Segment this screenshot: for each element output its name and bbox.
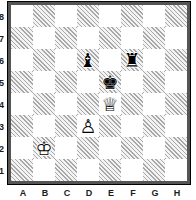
square-f4[interactable] xyxy=(121,93,143,115)
square-a3[interactable] xyxy=(11,115,33,137)
pawn-outline-glyph: ♙ xyxy=(77,115,99,137)
square-b1[interactable] xyxy=(33,159,55,181)
square-g3[interactable] xyxy=(143,115,165,137)
rank-label-8: 8 xyxy=(0,6,8,28)
square-g1[interactable] xyxy=(143,159,165,181)
file-label-c: C xyxy=(56,187,78,199)
square-f7[interactable] xyxy=(121,27,143,49)
black-bishop-d6: ♝ xyxy=(77,49,99,71)
square-f3[interactable] xyxy=(121,115,143,137)
rank-label-2: 2 xyxy=(0,138,8,160)
square-b7[interactable] xyxy=(33,27,55,49)
rank-label-4: 4 xyxy=(0,94,8,116)
square-b5[interactable] xyxy=(33,71,55,93)
square-h8[interactable] xyxy=(165,5,187,27)
square-c7[interactable] xyxy=(55,27,77,49)
square-c3[interactable] xyxy=(55,115,77,137)
square-c5[interactable] xyxy=(55,71,77,93)
square-a6[interactable] xyxy=(11,49,33,71)
file-label-f: F xyxy=(122,187,144,199)
square-b3[interactable] xyxy=(33,115,55,137)
file-label-e: E xyxy=(100,187,122,199)
square-b4[interactable] xyxy=(33,93,55,115)
square-d5[interactable] xyxy=(77,71,99,93)
square-d4[interactable] xyxy=(77,93,99,115)
rank-label-5: 5 xyxy=(0,72,8,94)
rank-label-3: 3 xyxy=(0,116,8,138)
square-f5[interactable] xyxy=(121,71,143,93)
square-a7[interactable] xyxy=(11,27,33,49)
square-a2[interactable] xyxy=(11,137,33,159)
square-h5[interactable] xyxy=(165,71,187,93)
square-d3[interactable]: ♟♙ xyxy=(77,115,99,137)
square-f1[interactable] xyxy=(121,159,143,181)
file-label-h: H xyxy=(166,187,188,199)
square-c6[interactable] xyxy=(55,49,77,71)
file-label-b: B xyxy=(34,187,56,199)
square-d2[interactable] xyxy=(77,137,99,159)
square-a5[interactable] xyxy=(11,71,33,93)
rank-label-6: 6 xyxy=(0,50,8,72)
square-f8[interactable] xyxy=(121,5,143,27)
white-queen-e4: ♛♕ xyxy=(99,93,121,115)
square-e8[interactable] xyxy=(99,5,121,27)
square-g4[interactable] xyxy=(143,93,165,115)
square-e2[interactable] xyxy=(99,137,121,159)
square-d8[interactable] xyxy=(77,5,99,27)
square-g7[interactable] xyxy=(143,27,165,49)
file-label-a: A xyxy=(12,187,34,199)
rank-label-1: 1 xyxy=(0,160,8,182)
square-e3[interactable] xyxy=(99,115,121,137)
square-c4[interactable] xyxy=(55,93,77,115)
square-g5[interactable] xyxy=(143,71,165,93)
square-g6[interactable] xyxy=(143,49,165,71)
square-a8[interactable] xyxy=(11,5,33,27)
square-h6[interactable] xyxy=(165,49,187,71)
square-h2[interactable] xyxy=(165,137,187,159)
rank-labels: 8 7 6 5 4 3 2 1 xyxy=(0,6,8,182)
square-e6[interactable] xyxy=(99,49,121,71)
black-rook-f6: ♜ xyxy=(121,49,143,71)
square-h1[interactable] xyxy=(165,159,187,181)
square-d7[interactable] xyxy=(77,27,99,49)
square-a1[interactable] xyxy=(11,159,33,181)
square-e4[interactable]: ♛♕ xyxy=(99,93,121,115)
square-d6[interactable]: ♝ xyxy=(77,49,99,71)
square-g8[interactable] xyxy=(143,5,165,27)
square-f2[interactable] xyxy=(121,137,143,159)
square-h7[interactable] xyxy=(165,27,187,49)
queen-outline-glyph: ♕ xyxy=(99,93,121,115)
file-label-g: G xyxy=(144,187,166,199)
square-e1[interactable] xyxy=(99,159,121,181)
square-h3[interactable] xyxy=(165,115,187,137)
square-f6[interactable]: ♜ xyxy=(121,49,143,71)
square-b6[interactable] xyxy=(33,49,55,71)
file-labels: A B C D E F G H xyxy=(8,187,192,199)
chess-diagram: 8 7 6 5 4 3 2 1 ♝♜♚♛♕♟♙♚♔ A B C D E F G … xyxy=(0,0,196,200)
square-c2[interactable] xyxy=(55,137,77,159)
white-pawn-d3: ♟♙ xyxy=(77,115,99,137)
square-c8[interactable] xyxy=(55,5,77,27)
king-outline-glyph: ♔ xyxy=(33,137,55,159)
square-a4[interactable] xyxy=(11,93,33,115)
white-king-b2: ♚♔ xyxy=(33,137,55,159)
square-b2[interactable]: ♚♔ xyxy=(33,137,55,159)
square-g2[interactable] xyxy=(143,137,165,159)
rank-label-7: 7 xyxy=(0,28,8,50)
square-c1[interactable] xyxy=(55,159,77,181)
file-label-d: D xyxy=(78,187,100,199)
square-e7[interactable] xyxy=(99,27,121,49)
chess-board: ♝♜♚♛♕♟♙♚♔ xyxy=(8,2,190,184)
square-d1[interactable] xyxy=(77,159,99,181)
square-b8[interactable] xyxy=(33,5,55,27)
black-king-e5: ♚ xyxy=(99,71,121,93)
square-h4[interactable] xyxy=(165,93,187,115)
square-e5[interactable]: ♚ xyxy=(99,71,121,93)
